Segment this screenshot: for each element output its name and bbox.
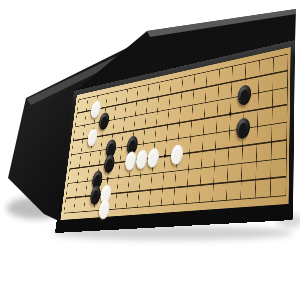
white-stone[interactable]: ● bbox=[87, 128, 99, 147]
black-stone[interactable]: ● bbox=[98, 112, 110, 131]
white-stone[interactable]: ● bbox=[170, 144, 183, 165]
star-point bbox=[106, 177, 108, 181]
star-point bbox=[229, 112, 232, 116]
product-photo-scene: ●●●●●●●●●●●●●●●● bbox=[0, 0, 300, 281]
black-stone[interactable]: ● bbox=[237, 84, 251, 106]
black-stone[interactable]: ● bbox=[103, 154, 115, 174]
white-stone[interactable]: ● bbox=[98, 200, 110, 220]
black-stone[interactable]: ● bbox=[236, 117, 250, 140]
white-stone[interactable]: ● bbox=[147, 147, 160, 168]
star-point bbox=[164, 154, 167, 158]
